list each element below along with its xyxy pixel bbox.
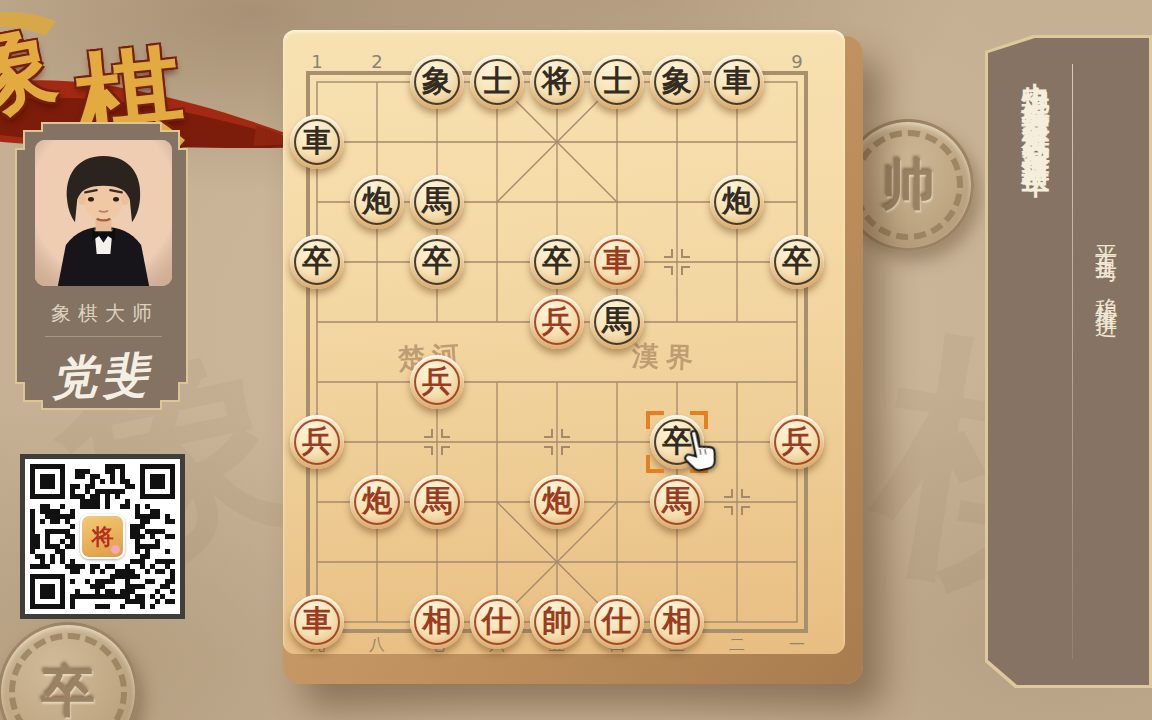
piece-character: 炮 bbox=[362, 486, 392, 516]
piece-character: 仕 bbox=[482, 606, 512, 636]
board-cell: 士 bbox=[467, 52, 527, 112]
board-cell: 相 bbox=[407, 592, 467, 652]
piece-character: 象 bbox=[422, 66, 452, 96]
piece-red-horse[interactable]: 馬 bbox=[650, 475, 704, 529]
piece-character: 炮 bbox=[362, 186, 392, 216]
piece-black-cannon[interactable]: 炮 bbox=[710, 175, 764, 229]
board-cell: 車 bbox=[287, 112, 347, 172]
piece-character: 車 bbox=[302, 606, 332, 636]
piece-character: 馬 bbox=[422, 486, 452, 516]
opening-title: 中炮进七兵过河车对屏风马左马盘河横车 bbox=[1016, 60, 1054, 665]
card-divider bbox=[45, 336, 162, 337]
qr-code: 将 bbox=[20, 454, 185, 619]
commentary-panel-body: 中炮进七兵过河车对屏风马左马盘河横车 平车捉马，稳步推进 bbox=[988, 38, 1149, 685]
piece-black-advisor[interactable]: 士 bbox=[590, 55, 644, 109]
board-cell: 帥 bbox=[527, 592, 587, 652]
board-cell: 炮 bbox=[527, 472, 587, 532]
board-cell: 車 bbox=[587, 232, 647, 292]
piece-red-elephant[interactable]: 相 bbox=[410, 595, 464, 649]
piece-grid: 象士将士象車車炮馬炮卒卒卒車卒兵馬兵兵卒兵炮馬炮馬車相仕帥仕相 bbox=[287, 52, 827, 652]
piece-red-advisor[interactable]: 仕 bbox=[590, 595, 644, 649]
piece-character: 卒 bbox=[542, 246, 572, 276]
piece-character: 馬 bbox=[602, 306, 632, 336]
decor-pawn-stone-piece: 卒 bbox=[0, 622, 138, 720]
master-signature: 党斐 bbox=[15, 342, 187, 413]
piece-character: 卒 bbox=[782, 246, 812, 276]
board-cell: 馬 bbox=[407, 172, 467, 232]
board-cell: 兵 bbox=[287, 412, 347, 472]
stage: 象 棋 象 棋 bbox=[0, 0, 1152, 720]
board-cell: 仕 bbox=[467, 592, 527, 652]
piece-black-cannon[interactable]: 炮 bbox=[350, 175, 404, 229]
piece-black-elephant[interactable]: 象 bbox=[650, 55, 704, 109]
master-portrait-photo bbox=[35, 140, 172, 286]
move-comment: 平车捉马，稳步推进 bbox=[1091, 60, 1121, 665]
board-cell: 兵 bbox=[527, 292, 587, 352]
piece-red-general[interactable]: 帥 bbox=[530, 595, 584, 649]
board-cell: 兵 bbox=[407, 352, 467, 412]
piece-character: 馬 bbox=[662, 486, 692, 516]
piece-black-advisor[interactable]: 士 bbox=[470, 55, 524, 109]
board-cell: 兵 bbox=[767, 412, 827, 472]
commentary-panel: 中炮进七兵过河车对屏风马左马盘河横车 平车捉马，稳步推进 bbox=[985, 35, 1152, 688]
board-cell: 炮 bbox=[347, 472, 407, 532]
piece-red-horse[interactable]: 馬 bbox=[410, 475, 464, 529]
piece-character: 車 bbox=[302, 126, 332, 156]
master-title-label: 象棋大师 bbox=[17, 300, 186, 327]
piece-character: 相 bbox=[422, 606, 452, 636]
piece-black-elephant[interactable]: 象 bbox=[410, 55, 464, 109]
piece-black-pawn[interactable]: 卒 bbox=[530, 235, 584, 289]
piece-black-rook[interactable]: 車 bbox=[290, 115, 344, 169]
piece-red-cannon[interactable]: 炮 bbox=[350, 475, 404, 529]
board-cell: 仕 bbox=[587, 592, 647, 652]
board-cell: 炮 bbox=[347, 172, 407, 232]
board-cell: 馬 bbox=[587, 292, 647, 352]
piece-red-pawn[interactable]: 兵 bbox=[410, 355, 464, 409]
piece-red-advisor[interactable]: 仕 bbox=[470, 595, 524, 649]
master-card: 象棋大师 党斐 bbox=[15, 122, 188, 410]
piece-red-pawn[interactable]: 兵 bbox=[290, 415, 344, 469]
piece-character: 車 bbox=[722, 66, 752, 96]
piece-character: 兵 bbox=[302, 426, 332, 456]
panel-divider bbox=[1072, 64, 1073, 659]
board-cell: 相 bbox=[647, 592, 707, 652]
board-cell: 象 bbox=[407, 52, 467, 112]
qr-center-app-icon: 将 bbox=[80, 514, 125, 559]
piece-character: 車 bbox=[602, 246, 632, 276]
piece-character: 仕 bbox=[602, 606, 632, 636]
piece-red-rook[interactable]: 車 bbox=[590, 235, 644, 289]
piece-red-pawn[interactable]: 兵 bbox=[770, 415, 824, 469]
piece-character: 将 bbox=[542, 66, 572, 96]
board-cell: 卒 bbox=[407, 232, 467, 292]
piece-character: 卒 bbox=[422, 246, 452, 276]
board-cell: 卒 bbox=[527, 232, 587, 292]
piece-black-horse[interactable]: 馬 bbox=[590, 295, 644, 349]
piece-character: 象 bbox=[662, 66, 692, 96]
piece-red-elephant[interactable]: 相 bbox=[650, 595, 704, 649]
board-cell: 馬 bbox=[407, 472, 467, 532]
piece-character: 兵 bbox=[542, 306, 572, 336]
piece-black-general[interactable]: 将 bbox=[530, 55, 584, 109]
board-cell: 将 bbox=[527, 52, 587, 112]
piece-character: 士 bbox=[602, 66, 632, 96]
piece-red-cannon[interactable]: 炮 bbox=[530, 475, 584, 529]
board-cell: 士 bbox=[587, 52, 647, 112]
piece-black-pawn[interactable]: 卒 bbox=[770, 235, 824, 289]
board-cell: 炮 bbox=[707, 172, 767, 232]
board-cell: 車 bbox=[707, 52, 767, 112]
qr-icon-general-character: 将 bbox=[92, 522, 114, 552]
piece-black-horse[interactable]: 馬 bbox=[410, 175, 464, 229]
piece-character: 卒 bbox=[302, 246, 332, 276]
piece-character: 炮 bbox=[542, 486, 572, 516]
board-cell: 卒 bbox=[767, 232, 827, 292]
board-cell: 卒 bbox=[287, 232, 347, 292]
master-card-body: 象棋大师 党斐 bbox=[17, 124, 186, 408]
piece-black-rook[interactable]: 車 bbox=[710, 55, 764, 109]
board-cell: 馬 bbox=[647, 472, 707, 532]
piece-character: 兵 bbox=[782, 426, 812, 456]
piece-red-rook[interactable]: 車 bbox=[290, 595, 344, 649]
decor-general-character: 帅 bbox=[881, 149, 935, 222]
piece-red-pawn[interactable]: 兵 bbox=[530, 295, 584, 349]
piece-character: 士 bbox=[482, 66, 512, 96]
decor-pawn-character: 卒 bbox=[41, 656, 95, 720]
piece-character: 帥 bbox=[542, 606, 572, 636]
piece-character: 相 bbox=[662, 606, 692, 636]
board-cell: 象 bbox=[647, 52, 707, 112]
piece-black-pawn[interactable]: 卒 bbox=[410, 235, 464, 289]
piece-character: 馬 bbox=[422, 186, 452, 216]
piece-character: 兵 bbox=[422, 366, 452, 396]
piece-black-pawn[interactable]: 卒 bbox=[290, 235, 344, 289]
piece-character: 炮 bbox=[722, 186, 752, 216]
board-cell: 車 bbox=[287, 592, 347, 652]
